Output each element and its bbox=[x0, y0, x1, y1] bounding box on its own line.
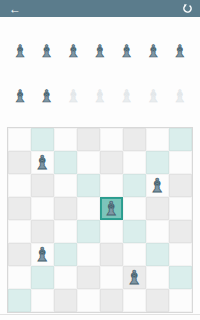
board-square[interactable] bbox=[146, 266, 169, 289]
board-square[interactable]: ♝ bbox=[31, 151, 54, 174]
tray-bishop-solid[interactable]: ♝ bbox=[92, 40, 108, 62]
board-square[interactable] bbox=[100, 266, 123, 289]
board-square[interactable] bbox=[77, 266, 100, 289]
board-square[interactable] bbox=[146, 197, 169, 220]
board-square[interactable] bbox=[146, 243, 169, 266]
tray-bishop-solid[interactable]: ♝ bbox=[12, 40, 28, 62]
board-square[interactable] bbox=[146, 128, 169, 151]
board-square[interactable] bbox=[77, 197, 100, 220]
board-square[interactable] bbox=[100, 289, 123, 312]
board: ♝♝♝♝♝ bbox=[7, 127, 193, 313]
board-square[interactable] bbox=[77, 151, 100, 174]
tray-bishop-solid[interactable]: ♝ bbox=[145, 40, 161, 62]
board-square[interactable] bbox=[123, 174, 146, 197]
bishop-piece[interactable]: ♝ bbox=[126, 266, 143, 289]
board-square[interactable] bbox=[123, 197, 146, 220]
tray-bishop-faded: ♝ bbox=[65, 85, 81, 107]
board-square[interactable] bbox=[77, 174, 100, 197]
board-square[interactable] bbox=[77, 243, 100, 266]
board-square[interactable] bbox=[169, 266, 192, 289]
board-square[interactable] bbox=[169, 174, 192, 197]
board-square[interactable] bbox=[146, 151, 169, 174]
board-square[interactable] bbox=[123, 151, 146, 174]
board-square[interactable] bbox=[54, 243, 77, 266]
board-square[interactable] bbox=[169, 243, 192, 266]
board-square[interactable] bbox=[169, 151, 192, 174]
bishop-piece-selected[interactable]: ♝ bbox=[103, 197, 120, 220]
board-square[interactable] bbox=[123, 220, 146, 243]
board-square[interactable] bbox=[146, 289, 169, 312]
bottom-divider bbox=[0, 314, 200, 315]
board-square[interactable] bbox=[169, 197, 192, 220]
board-square[interactable]: ♝ bbox=[31, 243, 54, 266]
board-square[interactable] bbox=[8, 128, 31, 151]
board-square[interactable] bbox=[31, 128, 54, 151]
board-square[interactable] bbox=[123, 289, 146, 312]
board-square[interactable] bbox=[8, 220, 31, 243]
tray-bishop-solid[interactable]: ♝ bbox=[65, 40, 81, 62]
board-square[interactable] bbox=[54, 197, 77, 220]
tray-bishop-solid[interactable]: ♝ bbox=[39, 85, 55, 107]
board-square[interactable]: ♝ bbox=[100, 197, 123, 220]
board-square[interactable] bbox=[100, 151, 123, 174]
board-square[interactable] bbox=[123, 243, 146, 266]
board-square[interactable] bbox=[31, 197, 54, 220]
board-square[interactable] bbox=[8, 266, 31, 289]
back-arrow-icon: ← bbox=[9, 1, 21, 17]
board-square[interactable] bbox=[31, 174, 54, 197]
board-square[interactable] bbox=[31, 220, 54, 243]
bishop-piece[interactable]: ♝ bbox=[34, 151, 51, 174]
piece-tray: ♝♝♝♝♝♝♝ ♝♝♝♝♝♝♝ bbox=[0, 38, 200, 107]
board-square[interactable] bbox=[8, 174, 31, 197]
board-square[interactable]: ♝ bbox=[146, 174, 169, 197]
board-square[interactable] bbox=[54, 289, 77, 312]
board-square[interactable] bbox=[123, 128, 146, 151]
restart-button[interactable] bbox=[179, 1, 195, 17]
tray-row-1: ♝♝♝♝♝♝♝ bbox=[12, 38, 188, 62]
tray-bishop-solid[interactable]: ♝ bbox=[39, 40, 55, 62]
board-square[interactable] bbox=[169, 289, 192, 312]
board-square[interactable] bbox=[54, 128, 77, 151]
back-button[interactable]: ← bbox=[7, 1, 23, 17]
board-square[interactable] bbox=[31, 266, 54, 289]
board-square[interactable] bbox=[31, 289, 54, 312]
board-square[interactable] bbox=[77, 289, 100, 312]
board-square[interactable] bbox=[100, 220, 123, 243]
tray-bishop-solid[interactable]: ♝ bbox=[119, 40, 135, 62]
tray-bishop-solid[interactable]: ♝ bbox=[172, 40, 188, 62]
board-square[interactable] bbox=[54, 151, 77, 174]
top-bar: ← bbox=[0, 0, 200, 17]
board-square[interactable] bbox=[54, 220, 77, 243]
board-square[interactable] bbox=[8, 289, 31, 312]
board-square[interactable] bbox=[146, 220, 169, 243]
tray-bishop-faded: ♝ bbox=[145, 85, 161, 107]
board-square[interactable] bbox=[100, 174, 123, 197]
board-square[interactable] bbox=[169, 220, 192, 243]
tray-bishop-faded: ♝ bbox=[119, 85, 135, 107]
board-square[interactable] bbox=[77, 128, 100, 151]
board-square[interactable] bbox=[169, 128, 192, 151]
board-square[interactable] bbox=[54, 266, 77, 289]
tray-bishop-faded: ♝ bbox=[172, 85, 188, 107]
board-square[interactable] bbox=[77, 220, 100, 243]
board-square[interactable]: ♝ bbox=[123, 266, 146, 289]
bishop-piece[interactable]: ♝ bbox=[34, 243, 51, 266]
board-square[interactable] bbox=[100, 128, 123, 151]
board-square[interactable] bbox=[54, 174, 77, 197]
tray-row-2: ♝♝♝♝♝♝♝ bbox=[12, 83, 188, 107]
bishop-piece[interactable]: ♝ bbox=[149, 174, 166, 197]
tray-bishop-solid[interactable]: ♝ bbox=[12, 85, 28, 107]
board-square[interactable] bbox=[8, 151, 31, 174]
refresh-icon bbox=[182, 3, 193, 14]
board-square[interactable] bbox=[100, 243, 123, 266]
board-square[interactable] bbox=[8, 197, 31, 220]
board-square[interactable] bbox=[8, 243, 31, 266]
tray-bishop-faded: ♝ bbox=[92, 85, 108, 107]
